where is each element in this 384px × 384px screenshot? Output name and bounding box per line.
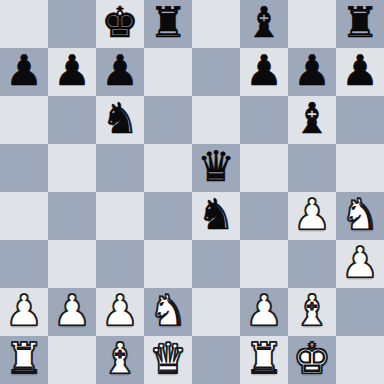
square-d2[interactable]: ♞ [144,288,192,336]
square-f3[interactable] [240,240,288,288]
square-f4[interactable] [240,192,288,240]
square-h2[interactable] [336,288,384,336]
piece-black-rook[interactable]: ♜ [149,0,187,47]
square-g6[interactable]: ♝ [288,96,336,144]
square-d5[interactable] [144,144,192,192]
square-b1[interactable] [48,336,96,384]
piece-white-pawn[interactable]: ♟ [53,288,91,335]
piece-white-rook[interactable]: ♜ [5,336,43,383]
square-c4[interactable] [96,192,144,240]
square-g1[interactable]: ♚ [288,336,336,384]
square-c6[interactable]: ♞ [96,96,144,144]
square-d1[interactable]: ♛ [144,336,192,384]
piece-white-pawn[interactable]: ♟ [245,288,283,335]
piece-black-knight[interactable]: ♞ [197,192,235,239]
piece-black-pawn[interactable]: ♟ [341,48,379,95]
piece-black-pawn[interactable]: ♟ [245,48,283,95]
piece-black-pawn[interactable]: ♟ [5,48,43,95]
square-e6[interactable] [192,96,240,144]
square-g3[interactable] [288,240,336,288]
square-a7[interactable]: ♟ [0,48,48,96]
square-g7[interactable]: ♟ [288,48,336,96]
square-g8[interactable] [288,0,336,48]
chess-board: ♚♜♝♜♟♟♟♟♟♟♞♝♛♞♟♞♟♟♟♟♞♟♝♜♝♛♜♚ [0,0,384,384]
square-a2[interactable]: ♟ [0,288,48,336]
piece-white-knight[interactable]: ♞ [341,192,379,239]
square-d6[interactable] [144,96,192,144]
square-h1[interactable] [336,336,384,384]
piece-black-rook[interactable]: ♜ [341,0,379,47]
square-h6[interactable] [336,96,384,144]
piece-black-pawn[interactable]: ♟ [293,48,331,95]
square-h5[interactable] [336,144,384,192]
square-a8[interactable] [0,0,48,48]
square-a4[interactable] [0,192,48,240]
square-a3[interactable] [0,240,48,288]
square-b8[interactable] [48,0,96,48]
square-e1[interactable] [192,336,240,384]
square-f7[interactable]: ♟ [240,48,288,96]
square-h4[interactable]: ♞ [336,192,384,240]
square-h7[interactable]: ♟ [336,48,384,96]
piece-white-pawn[interactable]: ♟ [5,288,43,335]
piece-white-knight[interactable]: ♞ [149,288,187,335]
square-b2[interactable]: ♟ [48,288,96,336]
square-f2[interactable]: ♟ [240,288,288,336]
piece-black-bishop[interactable]: ♝ [293,96,331,143]
piece-white-rook[interactable]: ♜ [245,336,283,383]
piece-white-queen[interactable]: ♛ [149,336,187,383]
square-b3[interactable] [48,240,96,288]
piece-white-bishop[interactable]: ♝ [101,336,139,383]
square-e4[interactable]: ♞ [192,192,240,240]
piece-white-pawn[interactable]: ♟ [293,192,331,239]
square-c5[interactable] [96,144,144,192]
square-e8[interactable] [192,0,240,48]
chess-board-wrap: ♚♜♝♜♟♟♟♟♟♟♞♝♛♞♟♞♟♟♟♟♞♟♝♜♝♛♜♚ [0,0,384,384]
square-e2[interactable] [192,288,240,336]
square-c1[interactable]: ♝ [96,336,144,384]
square-e5[interactable]: ♛ [192,144,240,192]
square-b4[interactable] [48,192,96,240]
square-c8[interactable]: ♚ [96,0,144,48]
square-g2[interactable]: ♝ [288,288,336,336]
piece-white-pawn[interactable]: ♟ [101,288,139,335]
square-f5[interactable] [240,144,288,192]
square-c3[interactable] [96,240,144,288]
square-d7[interactable] [144,48,192,96]
square-e7[interactable] [192,48,240,96]
square-b6[interactable] [48,96,96,144]
square-g5[interactable] [288,144,336,192]
square-f1[interactable]: ♜ [240,336,288,384]
piece-black-pawn[interactable]: ♟ [53,48,91,95]
square-c7[interactable]: ♟ [96,48,144,96]
square-b5[interactable] [48,144,96,192]
square-a1[interactable]: ♜ [0,336,48,384]
square-f6[interactable] [240,96,288,144]
piece-white-pawn[interactable]: ♟ [341,240,379,287]
piece-black-bishop[interactable]: ♝ [245,0,283,47]
square-h3[interactable]: ♟ [336,240,384,288]
square-g4[interactable]: ♟ [288,192,336,240]
square-a6[interactable] [0,96,48,144]
square-a5[interactable] [0,144,48,192]
piece-black-pawn[interactable]: ♟ [101,48,139,95]
square-d4[interactable] [144,192,192,240]
square-h8[interactable]: ♜ [336,0,384,48]
square-b7[interactable]: ♟ [48,48,96,96]
square-c2[interactable]: ♟ [96,288,144,336]
piece-white-bishop[interactable]: ♝ [293,288,331,335]
piece-white-king[interactable]: ♚ [293,336,331,383]
square-d8[interactable]: ♜ [144,0,192,48]
square-e3[interactable] [192,240,240,288]
piece-black-queen[interactable]: ♛ [197,144,235,191]
square-f8[interactable]: ♝ [240,0,288,48]
piece-black-knight[interactable]: ♞ [101,96,139,143]
square-d3[interactable] [144,240,192,288]
piece-black-king[interactable]: ♚ [101,0,139,47]
